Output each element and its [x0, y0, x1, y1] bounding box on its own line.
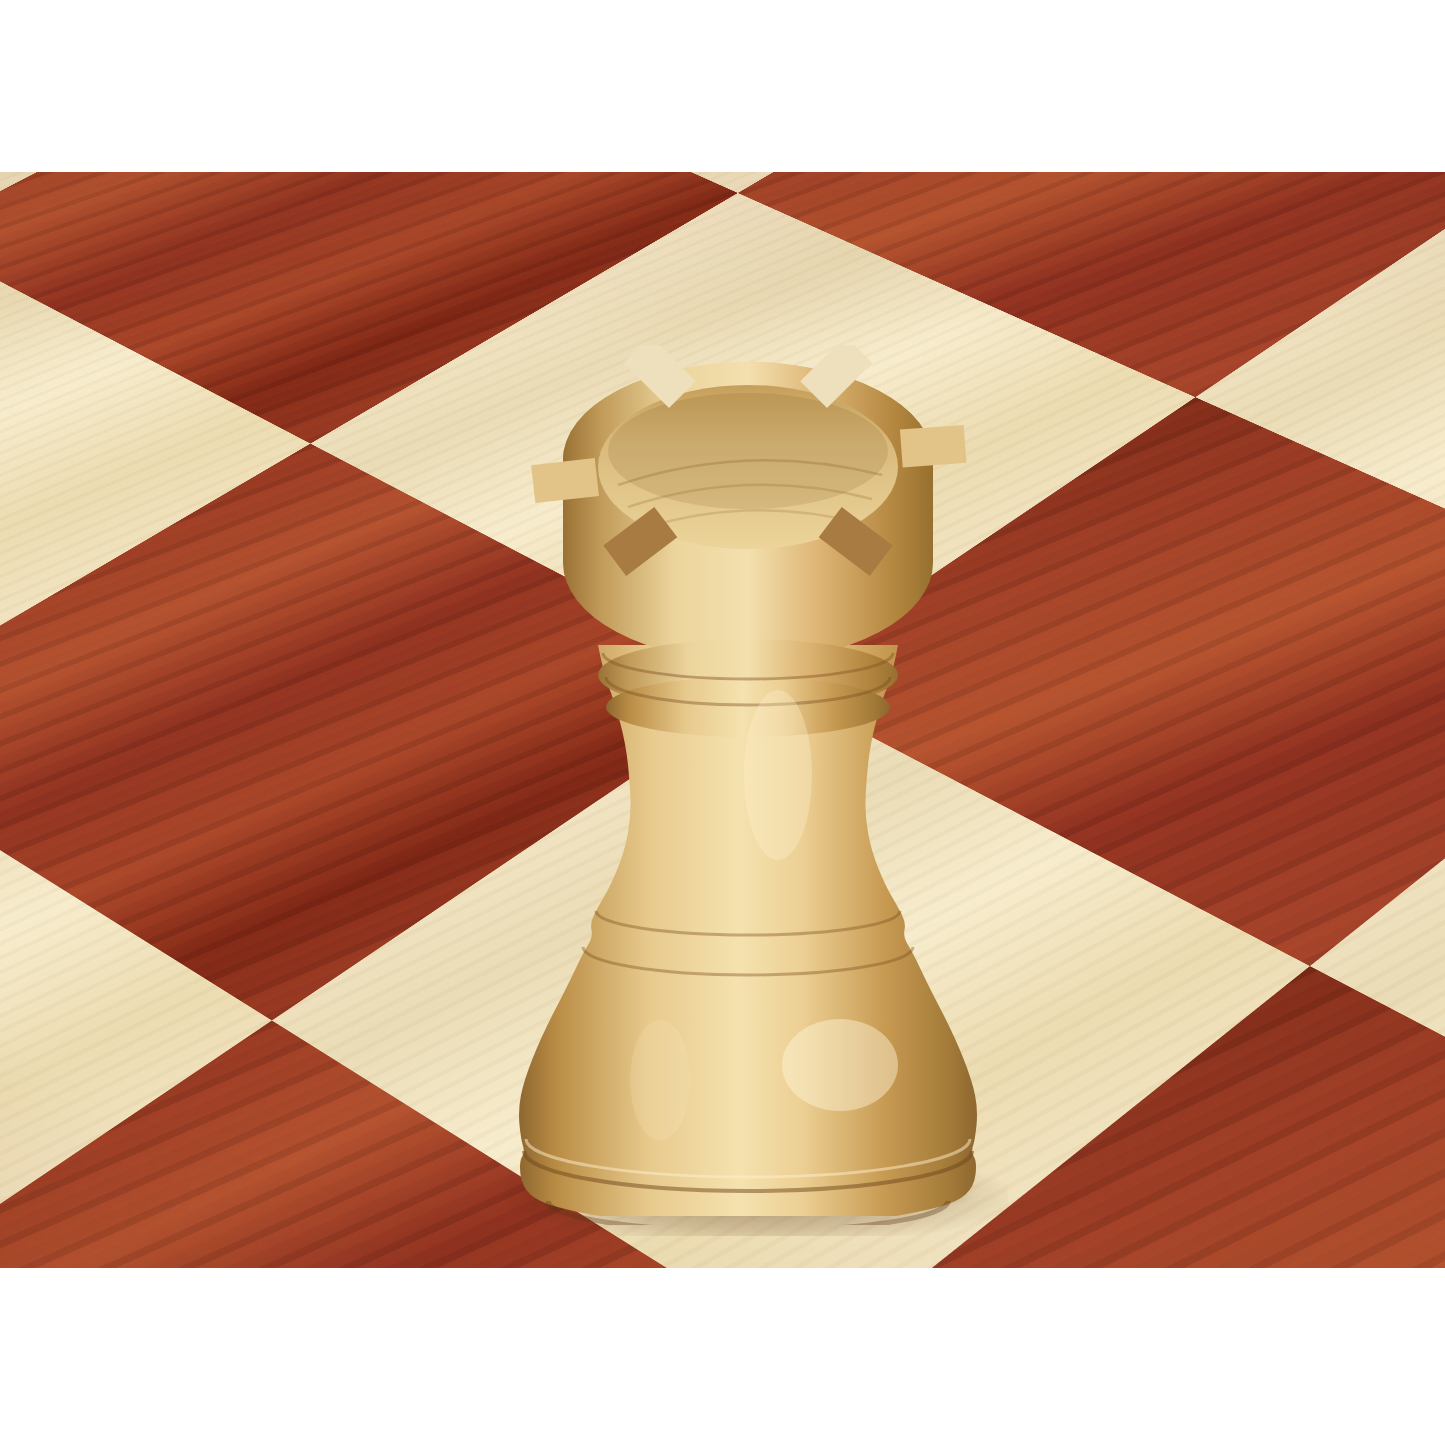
- photo-area: ♖: [0, 172, 1445, 1268]
- rook-crenellation-notch: [531, 458, 599, 503]
- top-white-band: [0, 0, 1445, 172]
- product-photo: ♖: [0, 0, 1445, 1445]
- rook-collar-ring: [606, 677, 890, 737]
- rook-crenellation-notch: [900, 425, 967, 468]
- rook-crown-recess-shade: [608, 393, 888, 509]
- bottom-white-band: [0, 1268, 1445, 1445]
- rook-bun-reflection: [630, 1020, 690, 1140]
- rook-bun-highlight: [782, 1019, 898, 1111]
- rook-neck-highlight: [744, 690, 812, 860]
- white-rook-piece: [510, 345, 1010, 1225]
